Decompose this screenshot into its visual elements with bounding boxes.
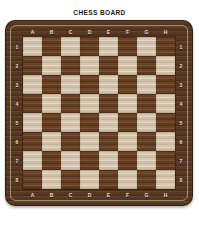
square-g6[interactable]: [137, 132, 156, 151]
rank-right-label-8: 8: [175, 170, 187, 189]
square-d1[interactable]: [80, 37, 99, 56]
file-bottom-label-c: C: [61, 189, 80, 200]
square-g7[interactable]: [137, 151, 156, 170]
square-g3[interactable]: [137, 75, 156, 94]
square-e4[interactable]: [99, 94, 118, 113]
square-g1[interactable]: [137, 37, 156, 56]
square-g5[interactable]: [137, 113, 156, 132]
rank-right-label-1: 1: [175, 37, 187, 56]
rank-left-label-5: 5: [11, 113, 23, 132]
rank-right-label-3: 3: [175, 75, 187, 94]
square-b7[interactable]: [42, 151, 61, 170]
square-b8[interactable]: [42, 170, 61, 189]
rank-left-label-4: 4: [11, 94, 23, 113]
square-f2[interactable]: [118, 56, 137, 75]
rank-left-label-2: 2: [11, 56, 23, 75]
rank-left-label-8: 8: [11, 170, 23, 189]
square-e3[interactable]: [99, 75, 118, 94]
file-bottom-label-a: A: [23, 189, 42, 200]
rank-right-label-4: 4: [175, 94, 187, 113]
square-f6[interactable]: [118, 132, 137, 151]
rank-right-label-5: 5: [175, 113, 187, 132]
rank-right-label-7: 7: [175, 151, 187, 170]
square-b3[interactable]: [42, 75, 61, 94]
square-f7[interactable]: [118, 151, 137, 170]
rank-left-label-3: 3: [11, 75, 23, 94]
square-a5[interactable]: [23, 113, 42, 132]
square-d7[interactable]: [80, 151, 99, 170]
square-a4[interactable]: [23, 94, 42, 113]
square-g4[interactable]: [137, 94, 156, 113]
square-h8[interactable]: [156, 170, 175, 189]
square-e5[interactable]: [99, 113, 118, 132]
square-g8[interactable]: [137, 170, 156, 189]
file-top-label-c: C: [61, 26, 80, 37]
file-bottom-label-e: E: [99, 189, 118, 200]
file-bottom-label-f: F: [118, 189, 137, 200]
rank-labels-right: 12345678: [175, 37, 187, 189]
square-e2[interactable]: [99, 56, 118, 75]
square-h1[interactable]: [156, 37, 175, 56]
file-bottom-label-g: G: [137, 189, 156, 200]
square-f5[interactable]: [118, 113, 137, 132]
square-d3[interactable]: [80, 75, 99, 94]
square-e8[interactable]: [99, 170, 118, 189]
square-c8[interactable]: [61, 170, 80, 189]
chess-board: ABCDEFGH ABCDEFGH 12345678 12345678: [5, 20, 193, 206]
file-top-label-h: H: [156, 26, 175, 37]
rank-left-label-1: 1: [11, 37, 23, 56]
rank-labels-left: 12345678: [11, 37, 23, 189]
square-c7[interactable]: [61, 151, 80, 170]
square-h5[interactable]: [156, 113, 175, 132]
square-h3[interactable]: [156, 75, 175, 94]
file-top-label-f: F: [118, 26, 137, 37]
page-title: CHESS BOARD: [0, 9, 199, 16]
square-h2[interactable]: [156, 56, 175, 75]
file-top-label-e: E: [99, 26, 118, 37]
square-a2[interactable]: [23, 56, 42, 75]
square-b2[interactable]: [42, 56, 61, 75]
square-a7[interactable]: [23, 151, 42, 170]
square-a8[interactable]: [23, 170, 42, 189]
square-f3[interactable]: [118, 75, 137, 94]
square-b1[interactable]: [42, 37, 61, 56]
rank-left-label-6: 6: [11, 132, 23, 151]
square-d2[interactable]: [80, 56, 99, 75]
file-bottom-label-h: H: [156, 189, 175, 200]
square-h4[interactable]: [156, 94, 175, 113]
square-b5[interactable]: [42, 113, 61, 132]
square-d5[interactable]: [80, 113, 99, 132]
square-g2[interactable]: [137, 56, 156, 75]
square-f8[interactable]: [118, 170, 137, 189]
square-c5[interactable]: [61, 113, 80, 132]
square-b6[interactable]: [42, 132, 61, 151]
file-labels-top: ABCDEFGH: [23, 26, 175, 37]
square-b4[interactable]: [42, 94, 61, 113]
square-e7[interactable]: [99, 151, 118, 170]
square-c3[interactable]: [61, 75, 80, 94]
square-c2[interactable]: [61, 56, 80, 75]
file-labels-bottom: ABCDEFGH: [23, 189, 175, 200]
square-d4[interactable]: [80, 94, 99, 113]
square-d8[interactable]: [80, 170, 99, 189]
square-f4[interactable]: [118, 94, 137, 113]
rank-right-label-2: 2: [175, 56, 187, 75]
square-c4[interactable]: [61, 94, 80, 113]
file-top-label-a: A: [23, 26, 42, 37]
square-a3[interactable]: [23, 75, 42, 94]
square-c1[interactable]: [61, 37, 80, 56]
file-top-label-d: D: [80, 26, 99, 37]
square-d6[interactable]: [80, 132, 99, 151]
square-h7[interactable]: [156, 151, 175, 170]
file-top-label-b: B: [42, 26, 61, 37]
rank-right-label-6: 6: [175, 132, 187, 151]
chess-board-page: CHESS BOARD ABCDEFGH ABCDEFGH 12345678 1…: [0, 0, 199, 230]
rank-left-label-7: 7: [11, 151, 23, 170]
square-a1[interactable]: [23, 37, 42, 56]
square-e1[interactable]: [99, 37, 118, 56]
file-bottom-label-b: B: [42, 189, 61, 200]
board-squares: [23, 37, 175, 189]
square-f1[interactable]: [118, 37, 137, 56]
file-top-label-g: G: [137, 26, 156, 37]
square-a6[interactable]: [23, 132, 42, 151]
square-c6[interactable]: [61, 132, 80, 151]
square-e6[interactable]: [99, 132, 118, 151]
square-h6[interactable]: [156, 132, 175, 151]
file-bottom-label-d: D: [80, 189, 99, 200]
